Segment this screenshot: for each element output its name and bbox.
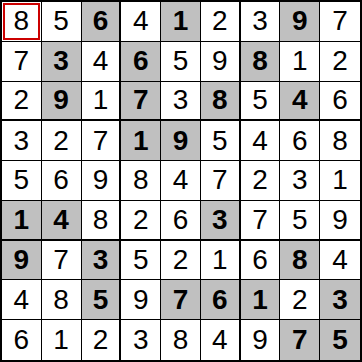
cell-value: 6	[93, 7, 109, 35]
cell-value: 9	[332, 206, 348, 234]
cell-value: 8	[173, 326, 189, 354]
cell-r8c8[interactable]: 2	[280, 280, 320, 320]
cell-value: 4	[93, 47, 109, 75]
cell-value: 5	[332, 326, 348, 354]
cell-r6c8[interactable]: 5	[280, 201, 320, 241]
cell-value: 3	[292, 166, 308, 194]
cell-r6c4[interactable]: 2	[121, 201, 161, 241]
cell-r1c6[interactable]: 2	[201, 2, 241, 42]
cell-r2c9[interactable]: 2	[320, 42, 360, 82]
cell-value: 9	[93, 166, 109, 194]
cell-r6c3[interactable]: 8	[82, 201, 122, 241]
cell-r6c7[interactable]: 7	[241, 201, 281, 241]
cell-value: 2	[332, 47, 348, 75]
cell-r9c5[interactable]: 8	[161, 320, 201, 360]
cell-value: 5	[292, 206, 308, 234]
cell-value: 9	[173, 127, 189, 155]
cell-r9c6[interactable]: 4	[201, 320, 241, 360]
cell-r7c9[interactable]: 4	[320, 241, 360, 281]
cell-value: 3	[133, 326, 149, 354]
cell-value: 9	[252, 326, 268, 354]
cell-value: 6	[292, 127, 308, 155]
cell-r9c1[interactable]: 6	[2, 320, 42, 360]
cell-r1c3[interactable]: 6	[82, 2, 122, 42]
cell-value: 7	[252, 206, 268, 234]
cell-value: 4	[212, 326, 228, 354]
cell-value: 3	[53, 47, 69, 75]
cell-value: 9	[53, 86, 69, 114]
cell-r8c6[interactable]: 6	[201, 280, 241, 320]
cell-r5c1[interactable]: 5	[2, 161, 42, 201]
cell-value: 8	[292, 246, 308, 274]
cell-r3c9[interactable]: 6	[320, 82, 360, 122]
cell-r9c3[interactable]: 2	[82, 320, 122, 360]
cell-r7c8[interactable]: 8	[280, 241, 320, 281]
cell-r5c7[interactable]: 2	[241, 161, 281, 201]
cell-value: 5	[133, 246, 149, 274]
cell-r3c2[interactable]: 9	[42, 82, 82, 122]
cell-r4c6[interactable]: 5	[201, 121, 241, 161]
cell-value: 1	[53, 326, 69, 354]
cell-r2c6[interactable]: 9	[201, 42, 241, 82]
cell-value: 6	[173, 206, 189, 234]
cell-value: 2	[93, 326, 109, 354]
cell-value: 2	[292, 286, 308, 314]
cell-value: 1	[252, 286, 268, 314]
cell-r7c3[interactable]: 3	[82, 241, 122, 281]
cell-value: 8	[212, 86, 228, 114]
cell-r6c1[interactable]: 1	[2, 201, 42, 241]
cell-r3c7[interactable]: 5	[241, 82, 281, 122]
cell-value: 2	[53, 127, 69, 155]
cell-value: 6	[212, 286, 228, 314]
cell-value: 4	[14, 286, 30, 314]
cell-r2c8[interactable]: 1	[280, 42, 320, 82]
cell-value: 1	[133, 127, 149, 155]
cell-value: 5	[212, 127, 228, 155]
cell-value: 6	[133, 47, 149, 75]
cell-value: 6	[53, 166, 69, 194]
cell-r2c4[interactable]: 6	[121, 42, 161, 82]
cell-value: 4	[133, 7, 149, 35]
cell-r8c9[interactable]: 3	[320, 280, 360, 320]
cell-r5c2[interactable]: 6	[42, 161, 82, 201]
cell-value: 8	[93, 206, 109, 234]
cell-value: 4	[173, 166, 189, 194]
cell-r3c6[interactable]: 8	[201, 82, 241, 122]
cell-value: 5	[14, 166, 30, 194]
cell-r5c8[interactable]: 3	[280, 161, 320, 201]
cell-r3c4[interactable]: 7	[121, 82, 161, 122]
cell-r5c5[interactable]: 4	[161, 161, 201, 201]
cell-r4c1[interactable]: 3	[2, 121, 42, 161]
cell-value: 9	[292, 7, 308, 35]
cell-value: 2	[173, 246, 189, 274]
cell-r1c7[interactable]: 3	[241, 2, 281, 42]
cell-value: 2	[133, 206, 149, 234]
cell-value: 1	[332, 166, 348, 194]
cell-r7c5[interactable]: 2	[161, 241, 201, 281]
cell-value: 6	[332, 86, 348, 114]
cell-value: 4	[252, 127, 268, 155]
cell-value: 8	[332, 127, 348, 155]
cell-value: 3	[332, 286, 348, 314]
cell-value: 5	[173, 47, 189, 75]
cell-value: 7	[14, 47, 30, 75]
cell-r6c2[interactable]: 4	[42, 201, 82, 241]
cell-r4c8[interactable]: 6	[280, 121, 320, 161]
cell-r9c2[interactable]: 1	[42, 320, 82, 360]
cell-r3c1[interactable]: 2	[2, 82, 42, 122]
cell-r1c2[interactable]: 5	[42, 2, 82, 42]
cell-r8c4[interactable]: 9	[121, 280, 161, 320]
cell-r2c2[interactable]: 3	[42, 42, 82, 82]
cell-r9c4[interactable]: 3	[121, 320, 161, 360]
cell-r1c5[interactable]: 1	[161, 2, 201, 42]
cell-r1c9[interactable]: 7	[320, 2, 360, 42]
cell-value: 7	[53, 246, 69, 274]
sudoku-board: 8564123977346598122917385463271954685698…	[0, 0, 362, 362]
cell-r8c5[interactable]: 7	[161, 280, 201, 320]
cell-r7c7[interactable]: 6	[241, 241, 281, 281]
cell-value: 6	[14, 326, 30, 354]
cell-r8c7[interactable]: 1	[241, 280, 281, 320]
cell-r9c7[interactable]: 9	[241, 320, 281, 360]
cell-value: 1	[212, 246, 228, 274]
cell-value: 6	[252, 246, 268, 274]
cell-value: 1	[292, 47, 308, 75]
cell-r2c3[interactable]: 4	[82, 42, 122, 82]
cell-r3c5[interactable]: 3	[161, 82, 201, 122]
cell-r3c3[interactable]: 1	[82, 82, 122, 122]
cell-value: 9	[133, 286, 149, 314]
cell-r7c6[interactable]: 1	[201, 241, 241, 281]
cell-r2c5[interactable]: 5	[161, 42, 201, 82]
cell-r4c2[interactable]: 2	[42, 121, 82, 161]
cell-r1c8[interactable]: 9	[280, 2, 320, 42]
cell-r1c4[interactable]: 4	[121, 2, 161, 42]
cell-value: 3	[252, 7, 268, 35]
cell-value: 2	[252, 166, 268, 194]
cell-value: 4	[53, 206, 69, 234]
cell-r8c2[interactable]: 8	[42, 280, 82, 320]
cell-r6c5[interactable]: 6	[161, 201, 201, 241]
cell-value: 9	[14, 246, 30, 274]
cell-r9c9[interactable]: 5	[320, 320, 360, 360]
cell-r2c1[interactable]: 7	[2, 42, 42, 82]
cell-value: 1	[14, 206, 30, 234]
cell-r7c1[interactable]: 9	[2, 241, 42, 281]
cell-r5c4[interactable]: 8	[121, 161, 161, 201]
cell-r2c7[interactable]: 8	[241, 42, 281, 82]
cell-r4c5[interactable]: 9	[161, 121, 201, 161]
cell-r6c6[interactable]: 3	[201, 201, 241, 241]
cell-value: 3	[173, 86, 189, 114]
cell-value: 5	[252, 86, 268, 114]
cell-value: 8	[252, 47, 268, 75]
cell-value: 5	[53, 7, 69, 35]
cell-r9c8[interactable]: 7	[280, 320, 320, 360]
cell-r3c8[interactable]: 4	[280, 82, 320, 122]
cell-r4c3[interactable]: 7	[82, 121, 122, 161]
cell-r8c3[interactable]: 5	[82, 280, 122, 320]
cell-value: 1	[173, 7, 189, 35]
cell-value: 3	[93, 246, 109, 274]
cell-value: 3	[212, 206, 228, 234]
cell-value: 8	[133, 166, 149, 194]
cell-r6c9[interactable]: 9	[320, 201, 360, 241]
cell-value: 2	[14, 86, 30, 114]
cell-value: 4	[292, 86, 308, 114]
cell-r4c4[interactable]: 1	[121, 121, 161, 161]
cell-value: 7	[133, 86, 149, 114]
cell-value: 8	[53, 286, 69, 314]
cell-value: 5	[93, 286, 109, 314]
cell-value: 9	[212, 47, 228, 75]
cell-value: 7	[212, 166, 228, 194]
cell-r4c7[interactable]: 4	[241, 121, 281, 161]
cell-value: 8	[14, 7, 30, 35]
cell-value: 7	[332, 7, 348, 35]
cell-value: 7	[292, 326, 308, 354]
cell-value: 1	[93, 86, 109, 114]
cell-r5c6[interactable]: 7	[201, 161, 241, 201]
cell-value: 7	[93, 127, 109, 155]
cell-r1c1[interactable]: 8	[2, 2, 42, 42]
cell-r7c2[interactable]: 7	[42, 241, 82, 281]
cell-value: 2	[212, 7, 228, 35]
cell-r8c1[interactable]: 4	[2, 280, 42, 320]
cell-r5c3[interactable]: 9	[82, 161, 122, 201]
cell-value: 4	[332, 246, 348, 274]
cell-value: 3	[14, 127, 30, 155]
cell-value: 7	[173, 286, 189, 314]
cell-r4c9[interactable]: 8	[320, 121, 360, 161]
cell-r7c4[interactable]: 5	[121, 241, 161, 281]
cell-r5c9[interactable]: 1	[320, 161, 360, 201]
